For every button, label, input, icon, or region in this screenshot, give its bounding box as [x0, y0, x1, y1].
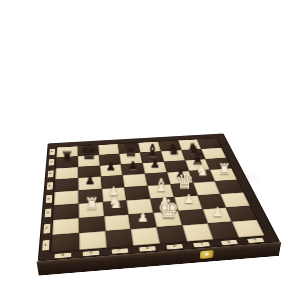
file-label-d: d [139, 246, 156, 252]
square-d1[interactable] [131, 227, 160, 245]
board-frame: 87654321 ♜♚♛♝♞♞♟♟♟♜♟♟♞♜♟♝♛♜♞♟♟♟♚♟ abcdef… [38, 134, 281, 262]
file-label-b: b [83, 250, 99, 256]
black-queen-d7[interactable]: ♛ [117, 142, 146, 161]
black-pawn-c6[interactable]: ♟ [96, 161, 126, 172]
white-bishop-e4[interactable]: ♝ [145, 176, 177, 194]
file-label-h: h [247, 237, 264, 242]
white-pawn-g2[interactable]: ♟ [201, 205, 235, 218]
rank-label-5: 5 [46, 182, 52, 190]
white-pawn-d2[interactable]: ♟ [126, 211, 160, 224]
rank-label-3: 3 [44, 209, 51, 218]
brass-clasp-icon [200, 250, 214, 259]
rank-label-1: 1 [42, 240, 50, 251]
file-label-a: a [55, 252, 72, 258]
white-rook-b3[interactable]: ♜ [74, 196, 107, 213]
file-label-g: g [220, 239, 237, 244]
square-b1[interactable] [79, 231, 107, 250]
square-b2[interactable] [79, 216, 105, 233]
board-grid: ♜♚♛♝♞♞♟♟♟♜♟♟♞♜♟♝♛♜♞♟♟♟♚♟ [51, 138, 264, 252]
square-h1[interactable] [232, 220, 264, 238]
square-h4[interactable] [215, 180, 243, 194]
rank-label-2: 2 [43, 224, 50, 234]
square-f1[interactable] [182, 224, 213, 242]
black-rook-a7[interactable]: ♜ [52, 150, 81, 164]
rank-label-6: 6 [47, 170, 53, 177]
chess-set-photo: 87654321 ♜♚♛♝♞♞♟♟♟♜♟♟♞♜♟♝♛♜♞♟♟♟♚♟ abcdef… [0, 0, 300, 300]
square-a1[interactable] [51, 233, 79, 252]
square-g2[interactable]: ♟ [202, 207, 232, 223]
square-c1[interactable] [105, 229, 133, 247]
chess-board: 87654321 ♜♚♛♝♞♞♟♟♟♜♟♟♞♜♟♝♛♜♞♟♟♟♚♟ abcdef… [38, 134, 281, 262]
file-label-e: e [166, 244, 183, 250]
black-pawn-b5[interactable]: ♟ [74, 174, 105, 186]
rank-label-4: 4 [45, 195, 52, 203]
file-label-f: f [193, 242, 210, 248]
file-label-c: c [111, 248, 128, 254]
